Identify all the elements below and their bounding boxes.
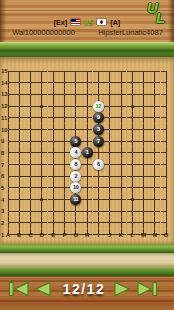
intersection-L3[interactable]	[127, 205, 138, 217]
intersection-I6[interactable]	[93, 170, 104, 182]
white-stone-6: 6	[93, 159, 104, 170]
intersection-F8[interactable]	[59, 147, 70, 159]
intersection-G5[interactable]: 10	[70, 182, 81, 194]
intersection-M10[interactable]	[138, 124, 149, 136]
intersection-M9[interactable]	[138, 135, 149, 147]
intersection-M11[interactable]	[138, 112, 149, 124]
intersection-H13[interactable]	[81, 89, 92, 101]
intersection-D13[interactable]	[36, 89, 47, 101]
intersection-I5[interactable]	[93, 182, 104, 194]
intersection-E2[interactable]	[48, 217, 59, 229]
row-label-2: 2	[0, 217, 7, 229]
row-label-14: 14	[0, 77, 7, 89]
intersection-I3[interactable]	[93, 205, 104, 217]
col-label-K: K	[115, 232, 126, 242]
intersection-D2[interactable]	[36, 217, 47, 229]
intersection-E6[interactable]	[48, 170, 59, 182]
intersection-G7[interactable]: 8	[70, 159, 81, 171]
intersection-O15[interactable]	[161, 65, 172, 77]
intersection-H9[interactable]	[81, 135, 92, 147]
row-label-11: 11	[0, 112, 7, 124]
intersection-L7[interactable]	[127, 159, 138, 171]
intersection-F14[interactable]	[59, 77, 70, 89]
players-badge-row: [Ex] vs [A]	[0, 17, 174, 27]
last-move-button[interactable]	[136, 281, 158, 297]
intersection-O14[interactable]	[161, 77, 172, 89]
intersection-N9[interactable]	[149, 135, 160, 147]
intersection-G11[interactable]	[70, 112, 81, 124]
south-korea-flag-icon	[97, 19, 106, 25]
intersection-J11[interactable]	[104, 112, 115, 124]
intersection-L2[interactable]	[127, 217, 138, 229]
intersection-L8[interactable]	[127, 147, 138, 159]
black-stone-3: 3	[93, 124, 104, 135]
intersection-L14[interactable]	[127, 77, 138, 89]
intersection-D15[interactable]	[36, 65, 47, 77]
col-label-I: I	[93, 232, 104, 242]
intersection-H8[interactable]: 1	[81, 147, 92, 159]
intersection-E9[interactable]	[48, 135, 59, 147]
intersection-K5[interactable]	[115, 182, 126, 194]
intersection-J10[interactable]	[104, 124, 115, 136]
col-label-N: N	[149, 232, 160, 242]
intersection-C6[interactable]	[25, 170, 36, 182]
intersection-F15[interactable]	[59, 65, 70, 77]
col-label-J: J	[104, 232, 115, 242]
intersection-O9[interactable]	[161, 135, 172, 147]
intersection-H2[interactable]	[81, 217, 92, 229]
intersection-E13[interactable]	[48, 89, 59, 101]
intersection-B4[interactable]	[14, 194, 25, 206]
intersection-C5[interactable]	[25, 182, 36, 194]
intersection-N12[interactable]	[149, 100, 160, 112]
intersection-H14[interactable]	[81, 77, 92, 89]
intersection-N13[interactable]	[149, 89, 160, 101]
intersection-E8[interactable]	[48, 147, 59, 159]
intersection-J4[interactable]	[104, 194, 115, 206]
star-point-D12	[40, 105, 43, 108]
intersection-L9[interactable]	[127, 135, 138, 147]
first-move-icon	[8, 281, 30, 297]
black-stone-7: 7	[93, 136, 104, 147]
intersection-B6[interactable]	[14, 170, 25, 182]
intersection-B5[interactable]	[14, 182, 25, 194]
move-counter: 12/12	[54, 281, 114, 297]
intersection-D6[interactable]	[36, 170, 47, 182]
col-label-E: E	[48, 232, 59, 242]
intersection-D7[interactable]	[36, 159, 47, 171]
previous-move-icon	[33, 281, 52, 297]
intersection-I13[interactable]	[93, 89, 104, 101]
intersection-G8[interactable]: 4	[70, 147, 81, 159]
intersection-B15[interactable]	[14, 65, 25, 77]
intersection-N10[interactable]	[149, 124, 160, 136]
star-point-L12	[131, 105, 134, 108]
intersection-L13[interactable]	[127, 89, 138, 101]
intersection-J15[interactable]	[104, 65, 115, 77]
row-label-3: 3	[0, 206, 7, 218]
intersection-J14[interactable]	[104, 77, 115, 89]
intersection-B7[interactable]	[14, 159, 25, 171]
intersection-N6[interactable]	[149, 170, 160, 182]
intersection-B10[interactable]	[14, 124, 25, 136]
intersection-H11[interactable]	[81, 112, 92, 124]
intersection-G3[interactable]	[70, 205, 81, 217]
intersection-E7[interactable]	[48, 159, 59, 171]
intersection-F5[interactable]	[59, 182, 70, 194]
intersection-J8[interactable]	[104, 147, 115, 159]
intersection-F3[interactable]	[59, 205, 70, 217]
intersection-C4[interactable]	[25, 194, 36, 206]
intersection-J12[interactable]	[104, 100, 115, 112]
right-player-badge: [A]	[110, 19, 120, 26]
intersection-O6[interactable]	[161, 170, 172, 182]
col-label-H: H	[81, 232, 92, 242]
intersection-C14[interactable]	[25, 77, 36, 89]
intersection-K6[interactable]	[115, 170, 126, 182]
intersection-B11[interactable]	[14, 112, 25, 124]
intersection-J2[interactable]	[104, 217, 115, 229]
intersection-N11[interactable]	[149, 112, 160, 124]
intersection-H6[interactable]	[81, 170, 92, 182]
intersection-C13[interactable]	[25, 89, 36, 101]
row-label-5: 5	[0, 182, 7, 194]
col-label-F: F	[59, 232, 70, 242]
intersection-M3[interactable]	[138, 205, 149, 217]
intersection-D10[interactable]	[36, 124, 47, 136]
intersection-N5[interactable]	[149, 182, 160, 194]
intersection-M7[interactable]	[138, 159, 149, 171]
col-label-M: M	[138, 232, 149, 242]
col-label-L: L	[127, 232, 138, 242]
intersection-C12[interactable]	[25, 100, 36, 112]
intersection-L10[interactable]	[127, 124, 138, 136]
board-frame-bottom-2	[0, 267, 174, 276]
intersection-C10[interactable]	[25, 124, 36, 136]
col-label-C: C	[25, 232, 36, 242]
intersection-G10[interactable]	[70, 124, 81, 136]
white-stone-10: 10	[70, 182, 81, 193]
intersection-C7[interactable]	[25, 159, 36, 171]
intersection-C2[interactable]	[25, 217, 36, 229]
col-label-A: A	[2, 232, 13, 242]
intersection-I9[interactable]: 7	[93, 135, 104, 147]
col-label-G: G	[70, 232, 81, 242]
intersection-G2[interactable]	[70, 217, 81, 229]
row-label-12: 12	[0, 100, 7, 112]
row-label-9: 9	[0, 135, 7, 147]
row-coordinate-labels: 151413121110987654321	[0, 65, 7, 241]
board-frame-top	[0, 42, 174, 57]
intersection-O7[interactable]	[161, 159, 172, 171]
intersection-E11[interactable]	[48, 112, 59, 124]
star-point-L4	[131, 198, 134, 201]
intersection-K11[interactable]	[115, 112, 126, 124]
black-stone-5: 5	[70, 136, 81, 147]
intersection-G4[interactable]: 11	[70, 194, 81, 206]
intersection-G12[interactable]	[70, 100, 81, 112]
intersection-J3[interactable]	[104, 205, 115, 217]
intersection-K4[interactable]	[115, 194, 126, 206]
row-label-4: 4	[0, 194, 7, 206]
intersection-O13[interactable]	[161, 89, 172, 101]
header: U L [Ex] vs [A] Wai100000000000 HipsterL…	[0, 0, 174, 42]
intersection-M5[interactable]	[138, 182, 149, 194]
intersection-O5[interactable]	[161, 182, 172, 194]
intersection-E12[interactable]	[48, 100, 59, 112]
intersection-D9[interactable]	[36, 135, 47, 147]
intersection-L11[interactable]	[127, 112, 138, 124]
intersection-H10[interactable]	[81, 124, 92, 136]
intersection-H15[interactable]	[81, 65, 92, 77]
intersection-M6[interactable]	[138, 170, 149, 182]
intersection-K13[interactable]	[115, 89, 126, 101]
intersection-O3[interactable]	[161, 205, 172, 217]
intersection-D8[interactable]	[36, 147, 47, 159]
intersection-N14[interactable]	[149, 77, 160, 89]
intersection-M8[interactable]	[138, 147, 149, 159]
intersection-L15[interactable]	[127, 65, 138, 77]
intersection-C11[interactable]	[25, 112, 36, 124]
intersection-L4[interactable]	[127, 194, 138, 206]
intersection-I14[interactable]	[93, 77, 104, 89]
col-label-O: O	[161, 232, 172, 242]
intersection-H7[interactable]	[81, 159, 92, 171]
intersection-H3[interactable]	[81, 205, 92, 217]
black-stone-9: 9	[93, 112, 104, 123]
intersection-C9[interactable]	[25, 135, 36, 147]
intersection-L12[interactable]	[127, 100, 138, 112]
intersection-O4[interactable]	[161, 194, 172, 206]
intersection-M14[interactable]	[138, 77, 149, 89]
intersection-D14[interactable]	[36, 77, 47, 89]
previous-move-button[interactable]	[33, 281, 52, 297]
white-stone-8: 8	[70, 159, 81, 170]
board-tray-band	[0, 253, 174, 267]
intersection-B8[interactable]	[14, 147, 25, 159]
intersection-H4[interactable]	[81, 194, 92, 206]
intersection-D11[interactable]	[36, 112, 47, 124]
gomoku-board: 129357418621011 151413121110987654321 AB…	[0, 57, 174, 244]
intersection-E10[interactable]	[48, 124, 59, 136]
intersection-G13[interactable]	[70, 89, 81, 101]
intersection-L6[interactable]	[127, 170, 138, 182]
board-grid: 129357418621011	[2, 65, 171, 240]
intersection-I10[interactable]: 3	[93, 124, 104, 136]
intersection-J13[interactable]	[104, 89, 115, 101]
intersection-O10[interactable]	[161, 124, 172, 136]
intersection-G15[interactable]	[70, 65, 81, 77]
intersection-B9[interactable]	[14, 135, 25, 147]
intersection-K9[interactable]	[115, 135, 126, 147]
intersection-B2[interactable]	[14, 217, 25, 229]
intersection-B3[interactable]	[14, 205, 25, 217]
intersection-G6[interactable]: 2	[70, 170, 81, 182]
left-player-name[interactable]: Wai100000000000	[0, 28, 87, 37]
intersection-I8[interactable]	[93, 147, 104, 159]
intersection-N8[interactable]	[149, 147, 160, 159]
intersection-O8[interactable]	[161, 147, 172, 159]
next-move-button[interactable]	[113, 281, 132, 297]
intersection-I2[interactable]	[93, 217, 104, 229]
intersection-F2[interactable]	[59, 217, 70, 229]
intersection-J5[interactable]	[104, 182, 115, 194]
intersection-F12[interactable]	[59, 100, 70, 112]
intersection-F7[interactable]	[59, 159, 70, 171]
intersection-K7[interactable]	[115, 159, 126, 171]
intersection-E15[interactable]	[48, 65, 59, 77]
intersection-G14[interactable]	[70, 77, 81, 89]
intersection-I7[interactable]: 6	[93, 159, 104, 171]
row-label-8: 8	[0, 147, 7, 159]
intersection-M12[interactable]	[138, 100, 149, 112]
intersection-M4[interactable]	[138, 194, 149, 206]
intersection-O11[interactable]	[161, 112, 172, 124]
intersection-G9[interactable]: 5	[70, 135, 81, 147]
row-label-10: 10	[0, 124, 7, 136]
intersection-I4[interactable]	[93, 194, 104, 206]
intersection-K10[interactable]	[115, 124, 126, 136]
intersection-N7[interactable]	[149, 159, 160, 171]
intersection-K8[interactable]	[115, 147, 126, 159]
intersection-J6[interactable]	[104, 170, 115, 182]
intersection-B14[interactable]	[14, 77, 25, 89]
row-label-7: 7	[0, 159, 7, 171]
intersection-I15[interactable]	[93, 65, 104, 77]
intersection-E3[interactable]	[48, 205, 59, 217]
black-stone-1: 1	[82, 147, 93, 158]
intersection-F10[interactable]	[59, 124, 70, 136]
game-screen: U L [Ex] vs [A] Wai100000000000 HipsterL…	[0, 0, 174, 310]
intersection-I12[interactable]: 12	[93, 100, 104, 112]
last-move-icon	[136, 281, 158, 297]
left-player-badge: [Ex]	[54, 19, 67, 26]
intersection-N15[interactable]	[149, 65, 160, 77]
intersection-C3[interactable]	[25, 205, 36, 217]
intersection-D4[interactable]	[36, 194, 47, 206]
intersection-J7[interactable]	[104, 159, 115, 171]
intersection-F13[interactable]	[59, 89, 70, 101]
intersection-F4[interactable]	[59, 194, 70, 206]
intersection-E5[interactable]	[48, 182, 59, 194]
players-name-row: Wai100000000000 HipsterLunatic4087	[0, 28, 174, 37]
intersection-K15[interactable]	[115, 65, 126, 77]
intersection-I11[interactable]: 9	[93, 112, 104, 124]
board-frame-bottom	[0, 244, 174, 253]
white-stone-2: 2	[70, 171, 81, 182]
intersection-M2[interactable]	[138, 217, 149, 229]
star-point-D4	[40, 198, 43, 201]
intersection-F11[interactable]	[59, 112, 70, 124]
intersection-E14[interactable]	[48, 77, 59, 89]
intersection-F6[interactable]	[59, 170, 70, 182]
row-label-13: 13	[0, 89, 7, 101]
intersection-E4[interactable]	[48, 194, 59, 206]
first-move-button[interactable]	[8, 281, 30, 297]
intersection-H12[interactable]	[81, 100, 92, 112]
col-label-B: B	[14, 232, 25, 242]
intersection-C15[interactable]	[25, 65, 36, 77]
intersection-J9[interactable]	[104, 135, 115, 147]
row-label-15: 15	[0, 65, 7, 77]
intersection-N4[interactable]	[149, 194, 160, 206]
intersection-K14[interactable]	[115, 77, 126, 89]
intersection-B13[interactable]	[14, 89, 25, 101]
intersection-M15[interactable]	[138, 65, 149, 77]
intersection-C8[interactable]	[25, 147, 36, 159]
intersection-M13[interactable]	[138, 89, 149, 101]
white-stone-4: 4	[70, 147, 81, 158]
intersection-K3[interactable]	[115, 205, 126, 217]
white-stone-12: 12	[93, 101, 104, 112]
intersection-D5[interactable]	[36, 182, 47, 194]
column-coordinate-labels: ABCDEFGHIJKLMNO	[2, 232, 172, 242]
row-label-6: 6	[0, 170, 7, 182]
intersection-F9[interactable]	[59, 135, 70, 147]
intersection-K2[interactable]	[115, 217, 126, 229]
intersection-B12[interactable]	[14, 100, 25, 112]
right-player-name[interactable]: HipsterLunatic4087	[87, 28, 174, 37]
col-label-D: D	[36, 232, 47, 242]
intersection-K12[interactable]	[115, 100, 126, 112]
intersection-O2[interactable]	[161, 217, 172, 229]
malaysia-flag-icon	[71, 19, 80, 25]
vs-label: vs	[84, 17, 93, 27]
next-move-icon	[113, 281, 132, 297]
intersection-D3[interactable]	[36, 205, 47, 217]
intersection-N3[interactable]	[149, 205, 160, 217]
intersection-L5[interactable]	[127, 182, 138, 194]
intersection-D12[interactable]	[36, 100, 47, 112]
intersection-N2[interactable]	[149, 217, 160, 229]
intersection-H5[interactable]	[81, 182, 92, 194]
intersection-O12[interactable]	[161, 100, 172, 112]
black-stone-11: 11	[70, 194, 81, 205]
